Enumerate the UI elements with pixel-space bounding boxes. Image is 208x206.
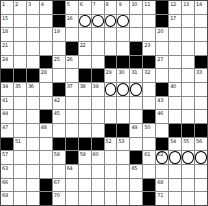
grid-cell[interactable]: 46 [156, 110, 168, 123]
clue-number: 66 [2, 179, 8, 185]
grid-cell[interactable] [130, 15, 142, 28]
grid-cell[interactable]: 38 [79, 83, 91, 96]
grid-cell[interactable]: 58 [53, 151, 65, 164]
circle-marker [156, 151, 168, 164]
grid-cell[interactable] [105, 83, 117, 96]
grid-cell[interactable] [105, 179, 117, 192]
grid-cell[interactable]: 57 [1, 151, 13, 164]
black-cell [195, 124, 207, 137]
clue-number: 54 [170, 138, 176, 144]
grid-cell[interactable]: 15 [1, 15, 13, 28]
grid-cell[interactable]: 28 [40, 69, 52, 82]
black-cell [1, 69, 13, 82]
grid-cell[interactable] [27, 138, 39, 151]
grid-cell[interactable]: 44 [1, 110, 13, 123]
clue-number: 8 [106, 1, 109, 7]
grid-cell[interactable] [92, 179, 104, 192]
grid-cell[interactable] [117, 28, 129, 41]
clue-number: 65 [131, 165, 137, 171]
grid-cell[interactable]: 14 [195, 1, 207, 14]
grid-cell[interactable]: 51 [14, 138, 26, 151]
clue-number: 70 [54, 192, 60, 198]
black-cell [130, 56, 142, 69]
clue-number: 58 [54, 151, 60, 157]
clue-number: 19 [54, 28, 60, 34]
grid-cell[interactable] [117, 97, 129, 110]
grid-cell[interactable] [14, 97, 26, 110]
grid-cell[interactable]: 65 [130, 165, 142, 178]
grid-cell[interactable] [14, 56, 26, 69]
grid-cell[interactable]: 7 [92, 1, 104, 14]
grid-cell[interactable] [27, 165, 39, 178]
grid-cell[interactable]: 5 [66, 1, 78, 14]
grid-cell[interactable] [66, 124, 78, 137]
black-cell [53, 83, 65, 96]
grid-cell[interactable]: 48 [40, 124, 52, 137]
grid-cell[interactable] [40, 97, 52, 110]
grid-cell[interactable] [130, 192, 142, 205]
black-cell [40, 110, 52, 123]
grid-cell[interactable] [66, 179, 78, 192]
grid-cell[interactable] [92, 28, 104, 41]
clue-number: 36 [28, 83, 34, 89]
clue-number: 35 [15, 83, 21, 89]
black-cell [79, 69, 91, 82]
grid-cell[interactable] [182, 110, 194, 123]
clue-number: 51 [15, 138, 21, 144]
grid-cell[interactable]: 30 [117, 69, 129, 82]
grid-cell[interactable]: 34 [1, 83, 13, 96]
clue-number: 67 [54, 179, 60, 185]
grid-cell[interactable] [195, 15, 207, 28]
grid-cell[interactable] [92, 192, 104, 205]
grid-cell[interactable] [156, 69, 168, 82]
clue-number: 61 [144, 151, 150, 157]
clue-number: 25 [54, 56, 60, 62]
grid-cell[interactable]: 32 [143, 69, 155, 82]
clue-number: 53 [118, 138, 124, 144]
grid-cell[interactable]: 53 [117, 138, 129, 151]
grid-cell[interactable]: 66 [1, 179, 13, 192]
grid-cell[interactable] [92, 97, 104, 110]
grid-cell[interactable] [143, 28, 155, 41]
grid-cell[interactable] [53, 42, 65, 55]
grid-cell[interactable] [182, 69, 194, 82]
grid-cell[interactable] [14, 42, 26, 55]
clue-number: 55 [183, 138, 189, 144]
clue-number: 21 [2, 42, 8, 48]
grid-cell[interactable]: 39 [92, 83, 104, 96]
grid-cell[interactable]: 12 [169, 1, 181, 14]
grid-cell[interactable] [105, 28, 117, 41]
grid-cell[interactable] [117, 192, 129, 205]
grid-cell[interactable] [182, 56, 194, 69]
grid-cell[interactable]: 9 [117, 1, 129, 14]
black-cell [66, 138, 78, 151]
black-cell [130, 42, 142, 55]
grid-cell[interactable] [14, 179, 26, 192]
grid-cell[interactable] [130, 97, 142, 110]
grid-cell[interactable] [195, 165, 207, 178]
grid-cell[interactable] [79, 97, 91, 110]
grid-cell[interactable] [92, 165, 104, 178]
grid-cell[interactable] [79, 192, 91, 205]
grid-cell[interactable]: 13 [182, 1, 194, 14]
grid-cell[interactable] [27, 56, 39, 69]
grid-cell[interactable] [143, 83, 155, 96]
grid-cell[interactable]: 36 [27, 83, 39, 96]
grid-cell[interactable] [182, 151, 194, 164]
grid-cell[interactable] [27, 124, 39, 137]
grid-cell[interactable] [79, 110, 91, 123]
grid-cell[interactable]: 59 [79, 151, 91, 164]
grid-cell[interactable]: 33 [195, 69, 207, 82]
grid-cell[interactable] [92, 56, 104, 69]
clue-number: 24 [2, 56, 8, 62]
grid-cell[interactable] [79, 179, 91, 192]
circle-marker [195, 151, 207, 164]
grid-cell[interactable] [130, 28, 142, 41]
grid-cell[interactable]: 45 [53, 110, 65, 123]
black-cell [117, 56, 129, 69]
grid-cell[interactable] [14, 165, 26, 178]
grid-cell[interactable]: 22 [79, 42, 91, 55]
grid-cell[interactable]: 62 [156, 151, 168, 164]
grid-cell[interactable] [27, 192, 39, 205]
grid-cell[interactable] [79, 165, 91, 178]
grid-cell[interactable]: 61 [143, 151, 155, 164]
grid-cell[interactable]: 40 [169, 83, 181, 96]
black-cell [130, 151, 142, 164]
grid-cell[interactable] [156, 165, 168, 178]
grid-cell[interactable] [182, 179, 194, 192]
clue-number: 68 [157, 179, 163, 185]
clue-number: 69 [2, 192, 8, 198]
grid-cell[interactable] [117, 15, 129, 28]
grid-cell[interactable] [40, 165, 52, 178]
clue-number: 22 [80, 42, 86, 48]
grid-cell[interactable] [14, 15, 26, 28]
clue-number: 56 [196, 138, 202, 144]
grid-cell[interactable] [105, 42, 117, 55]
grid-cell[interactable] [169, 179, 181, 192]
clue-number: 4 [41, 1, 44, 7]
grid-cell[interactable]: 24 [1, 56, 13, 69]
grid-cell[interactable] [195, 192, 207, 205]
clue-number: 15 [2, 15, 8, 21]
grid-cell[interactable] [156, 42, 168, 55]
grid-cell[interactable]: 71 [156, 192, 168, 205]
black-cell [1, 138, 13, 151]
black-cell [143, 56, 155, 69]
grid-cell[interactable] [169, 69, 181, 82]
grid-cell[interactable] [40, 42, 52, 55]
grid-cell[interactable] [27, 110, 39, 123]
grid-cell[interactable]: 64 [66, 165, 78, 178]
grid-cell[interactable] [79, 56, 91, 69]
grid-cell[interactable] [92, 124, 104, 137]
grid-cell[interactable] [14, 151, 26, 164]
grid-cell[interactable]: 31 [130, 69, 142, 82]
black-cell [14, 69, 26, 82]
grid-cell[interactable] [27, 179, 39, 192]
grid-cell[interactable] [53, 69, 65, 82]
black-cell [195, 56, 207, 69]
grid-cell[interactable] [195, 83, 207, 96]
circle-marker [92, 15, 104, 28]
grid-cell[interactable]: 49 [130, 124, 142, 137]
grid-cell[interactable] [40, 83, 52, 96]
black-cell [66, 151, 78, 164]
grid-cell[interactable]: 70 [53, 192, 65, 205]
clue-number: 13 [183, 1, 189, 7]
clue-number: 44 [2, 110, 8, 116]
grid-cell[interactable]: 20 [156, 28, 168, 41]
grid-cell[interactable]: 69 [1, 192, 13, 205]
clue-number: 32 [144, 69, 150, 75]
grid-cell[interactable] [130, 83, 142, 96]
grid-cell[interactable] [117, 42, 129, 55]
clue-number: 38 [80, 83, 86, 89]
clue-number: 48 [41, 124, 47, 130]
clue-number: 34 [2, 83, 8, 89]
crossword-puzzle: 1234567891011121314151617181920212223242… [0, 0, 208, 206]
clue-number: 47 [2, 124, 8, 130]
black-cell [53, 15, 65, 28]
clue-number: 37 [67, 83, 73, 89]
grid-cell[interactable]: 37 [66, 83, 78, 96]
grid-cell[interactable] [40, 28, 52, 41]
grid-cell[interactable]: 47 [1, 124, 13, 137]
clue-number: 18 [2, 28, 8, 34]
clue-number: 17 [170, 15, 176, 21]
grid-cell[interactable]: 25 [53, 56, 65, 69]
grid-cell[interactable] [117, 165, 129, 178]
black-cell [66, 42, 78, 55]
grid-cell[interactable] [195, 151, 207, 164]
grid-cell[interactable] [40, 151, 52, 164]
clue-number: 10 [131, 1, 137, 7]
grid-cell[interactable]: 60 [92, 151, 104, 164]
clue-number: 20 [157, 28, 163, 34]
grid-cell[interactable]: 3 [27, 1, 39, 14]
grid-cell[interactable]: 27 [156, 56, 168, 69]
grid-cell[interactable] [105, 110, 117, 123]
grid-cell[interactable] [130, 110, 142, 123]
clue-number: 57 [2, 151, 8, 157]
grid-cell[interactable] [92, 110, 104, 123]
grid-cell[interactable]: 19 [53, 28, 65, 41]
grid-cell[interactable] [169, 151, 181, 164]
grid-cell[interactable] [14, 110, 26, 123]
clue-number: 28 [41, 69, 47, 75]
grid-cell[interactable] [92, 15, 104, 28]
clue-number: 26 [67, 56, 73, 62]
clue-number: 60 [93, 151, 99, 157]
grid-cell[interactable] [169, 192, 181, 205]
grid-cell[interactable] [53, 124, 65, 137]
black-cell [143, 192, 155, 205]
grid-cell[interactable] [195, 42, 207, 55]
grid-cell[interactable] [182, 165, 194, 178]
grid-cell[interactable]: 1 [1, 1, 13, 14]
clue-number: 49 [131, 124, 137, 130]
grid-cell[interactable] [66, 110, 78, 123]
circle-marker [169, 151, 181, 164]
grid-cell[interactable] [182, 192, 194, 205]
grid-cell[interactable] [156, 124, 168, 137]
black-cell [105, 124, 117, 137]
grid-cell[interactable] [143, 138, 155, 151]
grid-cell[interactable]: 52 [105, 138, 117, 151]
grid-cell[interactable]: 17 [169, 15, 181, 28]
grid-cell[interactable] [117, 151, 129, 164]
black-cell [53, 1, 65, 14]
grid-cell[interactable] [66, 28, 78, 41]
grid-cell[interactable]: 11 [143, 1, 155, 14]
grid-cell[interactable] [27, 151, 39, 164]
grid-cell[interactable] [130, 138, 142, 151]
grid-cell[interactable]: 35 [14, 83, 26, 96]
grid-cell[interactable]: 6 [79, 1, 91, 14]
grid-cell[interactable] [27, 42, 39, 55]
grid-cell[interactable]: 29 [105, 69, 117, 82]
grid-cell[interactable] [40, 15, 52, 28]
grid-cell[interactable]: 2 [14, 1, 26, 14]
grid-cell[interactable] [66, 97, 78, 110]
clue-number: 40 [170, 83, 176, 89]
grid-cell[interactable] [182, 83, 194, 96]
grid-cell[interactable]: 8 [105, 1, 117, 14]
grid-cell[interactable] [79, 28, 91, 41]
clue-number: 43 [157, 97, 163, 103]
black-cell [143, 179, 155, 192]
grid-cell[interactable]: 41 [1, 97, 13, 110]
grid-cell[interactable] [182, 42, 194, 55]
circle-marker [105, 83, 117, 96]
grid-cell[interactable] [169, 56, 181, 69]
grid-cell[interactable]: 21 [1, 42, 13, 55]
grid-cell[interactable] [14, 192, 26, 205]
grid-cell[interactable]: 4 [40, 1, 52, 14]
grid-cell[interactable] [143, 165, 155, 178]
grid-cell[interactable] [92, 42, 104, 55]
grid-cell[interactable] [195, 179, 207, 192]
crossword-board: 1234567891011121314151617181920212223242… [0, 0, 208, 206]
black-cell [156, 15, 168, 28]
grid-cell[interactable]: 67 [53, 179, 65, 192]
clue-number: 6 [80, 1, 83, 7]
clue-number: 3 [28, 1, 31, 7]
grid-cell[interactable] [117, 179, 129, 192]
grid-cell[interactable] [169, 110, 181, 123]
grid-cell[interactable]: 43 [156, 97, 168, 110]
grid-cell[interactable] [79, 124, 91, 137]
grid-cell[interactable]: 54 [169, 138, 181, 151]
clue-number: 50 [144, 124, 150, 130]
black-cell [143, 110, 155, 123]
grid-cell[interactable] [169, 28, 181, 41]
circle-marker [117, 83, 129, 96]
grid-cell[interactable] [182, 97, 194, 110]
grid-cell[interactable] [66, 192, 78, 205]
grid-cell[interactable]: 55 [182, 138, 194, 151]
grid-cell[interactable]: 50 [143, 124, 155, 137]
black-cell [156, 1, 168, 14]
grid-cell[interactable]: 42 [53, 97, 65, 110]
circle-marker [182, 151, 194, 164]
grid-cell[interactable] [182, 15, 194, 28]
grid-cell[interactable]: 63 [1, 165, 13, 178]
clue-number: 27 [157, 56, 163, 62]
grid-cell[interactable] [105, 151, 117, 164]
grid-cell[interactable] [27, 97, 39, 110]
grid-cell[interactable] [14, 124, 26, 137]
grid-cell[interactable] [105, 97, 117, 110]
clue-number: 5 [67, 1, 70, 7]
grid-cell[interactable] [53, 165, 65, 178]
circle-marker [79, 15, 91, 28]
grid-cell[interactable]: 10 [130, 1, 142, 14]
grid-cell[interactable]: 68 [156, 179, 168, 192]
grid-cell[interactable] [27, 15, 39, 28]
black-cell [105, 56, 117, 69]
grid-cell[interactable] [105, 192, 117, 205]
grid-cell[interactable] [105, 15, 117, 28]
grid-cell[interactable] [195, 110, 207, 123]
grid-cell[interactable] [79, 15, 91, 28]
clue-number: 64 [67, 165, 73, 171]
clue-number: 11 [144, 1, 150, 7]
grid-cell[interactable] [169, 97, 181, 110]
clue-number: 9 [118, 1, 121, 7]
grid-cell[interactable]: 26 [66, 56, 78, 69]
clue-number: 52 [106, 138, 112, 144]
black-cell [27, 69, 39, 82]
black-cell [53, 138, 65, 151]
grid-cell[interactable] [182, 28, 194, 41]
grid-cell[interactable] [14, 28, 26, 41]
black-cell [117, 124, 129, 137]
grid-cell[interactable]: 16 [66, 15, 78, 28]
grid-cell[interactable] [40, 138, 52, 151]
black-cell [156, 138, 168, 151]
black-cell [156, 83, 168, 96]
clue-number: 31 [131, 69, 137, 75]
clue-number: 7 [93, 1, 96, 7]
clue-number: 41 [2, 97, 8, 103]
grid-cell[interactable]: 23 [143, 42, 155, 55]
grid-cell[interactable] [143, 97, 155, 110]
grid-cell[interactable]: 56 [195, 138, 207, 151]
grid-cell[interactable] [27, 28, 39, 41]
grid-cell[interactable] [169, 165, 181, 178]
grid-cell[interactable]: 18 [1, 28, 13, 41]
grid-cell[interactable] [66, 69, 78, 82]
grid-cell[interactable] [195, 28, 207, 41]
black-cell [169, 124, 181, 137]
grid-cell[interactable] [117, 83, 129, 96]
black-cell [79, 138, 91, 151]
grid-cell[interactable] [130, 179, 142, 192]
circle-marker [117, 15, 129, 28]
grid-cell[interactable] [117, 110, 129, 123]
grid-cell[interactable] [195, 97, 207, 110]
grid-cell[interactable] [169, 42, 181, 55]
black-cell [40, 179, 52, 192]
grid-cell[interactable] [105, 165, 117, 178]
grid-cell[interactable] [143, 15, 155, 28]
